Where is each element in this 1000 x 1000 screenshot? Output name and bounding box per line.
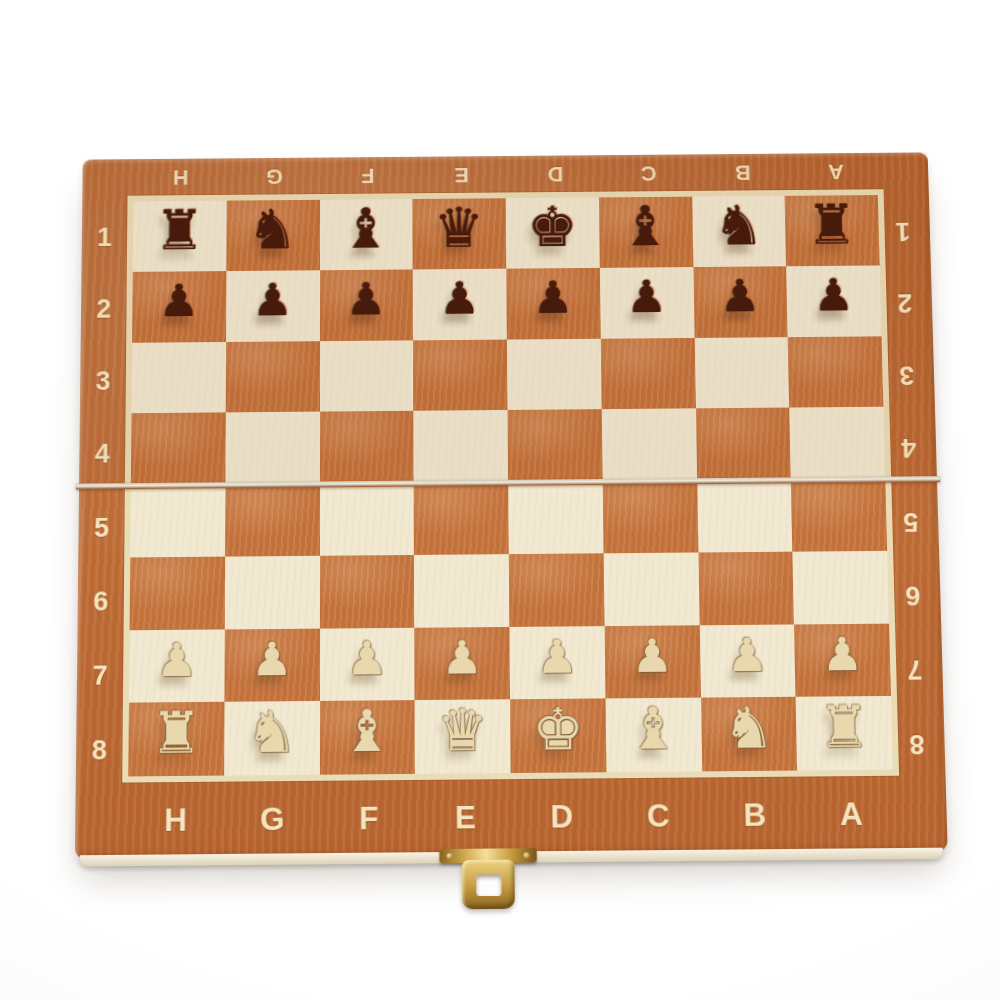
piece-light-pawn[interactable]: ♟ [726, 632, 768, 679]
piece-light-knight[interactable]: ♞ [722, 699, 775, 757]
file-label: F [359, 801, 379, 838]
piece-dark-knight[interactable]: ♞ [248, 202, 298, 257]
file-label: H [164, 802, 188, 839]
piece-dark-pawn[interactable]: ♟ [813, 273, 855, 318]
product-photo-background: ♜♞♝♛♚♝♞♜♟♟♟♟♟♟♟♟♟♟♟♟♟♟♟♟♜♞♝♛♚♝♞♜ 1234567… [0, 0, 1000, 1000]
piece-dark-bishop[interactable]: ♝ [620, 199, 671, 254]
rank-label: 8 [92, 735, 107, 767]
square-e8[interactable]: ♛ [415, 700, 511, 774]
square-f8[interactable]: ♝ [319, 700, 415, 774]
square-a8[interactable]: ♜ [796, 696, 893, 770]
square-f3[interactable] [319, 340, 413, 412]
piece-light-pawn[interactable]: ♟ [251, 636, 292, 683]
square-d3[interactable] [507, 338, 602, 410]
piece-light-knight[interactable]: ♞ [246, 703, 298, 761]
rank-label: 1 [97, 222, 112, 252]
rank-label: 2 [96, 294, 111, 324]
clasp-screw [524, 852, 530, 858]
piece-dark-pawn[interactable]: ♟ [252, 277, 293, 322]
rank-label: 6 [905, 579, 921, 610]
square-h4[interactable] [131, 413, 226, 485]
square-a4[interactable] [789, 407, 885, 479]
square-b2[interactable]: ♟ [693, 266, 788, 337]
square-b4[interactable] [695, 408, 791, 480]
chess-board: ♜♞♝♛♚♝♞♜♟♟♟♟♟♟♟♟♟♟♟♟♟♟♟♟♜♞♝♛♚♝♞♜ 1234567… [75, 152, 948, 858]
square-a6[interactable] [793, 551, 889, 624]
piece-light-pawn[interactable]: ♟ [156, 637, 198, 684]
square-c4[interactable] [601, 409, 696, 481]
piece-dark-rook[interactable]: ♜ [154, 203, 205, 258]
piece-dark-pawn[interactable]: ♟ [346, 277, 387, 322]
square-c7[interactable]: ♟ [604, 625, 700, 699]
rank-label: 8 [909, 728, 925, 759]
square-d5[interactable] [508, 481, 603, 554]
square-h2[interactable]: ♟ [132, 271, 226, 342]
square-f2[interactable]: ♟ [319, 269, 413, 340]
square-b3[interactable] [694, 337, 789, 409]
square-f7[interactable]: ♟ [319, 627, 414, 701]
square-c1[interactable]: ♝ [599, 197, 693, 268]
square-g4[interactable] [225, 412, 319, 484]
square-h6[interactable] [130, 556, 225, 629]
file-label: B [743, 797, 767, 834]
rank-label: 4 [95, 439, 110, 470]
rank-label: 6 [93, 586, 108, 617]
piece-dark-rook[interactable]: ♜ [806, 197, 858, 252]
square-e6[interactable] [414, 554, 509, 627]
square-d4[interactable] [507, 409, 602, 481]
file-label: C [641, 160, 657, 185]
square-f1[interactable]: ♝ [319, 199, 412, 270]
square-b5[interactable] [697, 479, 793, 552]
square-f6[interactable] [319, 555, 414, 628]
piece-light-queen[interactable]: ♛ [437, 702, 489, 760]
rank-label: 3 [95, 367, 110, 397]
square-e4[interactable] [413, 410, 508, 482]
file-label: E [455, 800, 477, 837]
piece-light-bishop[interactable]: ♝ [627, 700, 679, 758]
square-c8[interactable]: ♝ [605, 698, 702, 772]
square-b1[interactable]: ♞ [692, 196, 787, 267]
piece-dark-pawn[interactable]: ♟ [439, 276, 480, 321]
square-a1[interactable]: ♜ [785, 195, 880, 266]
square-h8[interactable]: ♜ [128, 702, 224, 776]
rank-label: 1 [896, 216, 912, 246]
file-label: B [735, 160, 751, 185]
file-label: H [173, 164, 189, 189]
piece-dark-queen[interactable]: ♛ [434, 200, 485, 255]
piece-light-king[interactable]: ♚ [532, 701, 584, 759]
brass-clasp [439, 848, 537, 912]
piece-dark-pawn[interactable]: ♟ [159, 278, 200, 323]
file-label: F [361, 163, 374, 188]
square-g1[interactable]: ♞ [226, 200, 319, 271]
square-e5[interactable] [414, 482, 509, 555]
clasp-hole [476, 874, 502, 896]
clasp-screw [447, 853, 453, 859]
file-label: C [647, 798, 671, 835]
rank-label: 5 [903, 506, 919, 537]
rank-labels-left: 12345678 [76, 201, 128, 789]
square-e2[interactable]: ♟ [413, 268, 507, 339]
square-d8[interactable]: ♚ [510, 699, 606, 773]
square-e7[interactable]: ♟ [414, 626, 510, 700]
piece-dark-pawn[interactable]: ♟ [533, 275, 574, 320]
piece-dark-king[interactable]: ♚ [527, 199, 578, 254]
piece-light-rook[interactable]: ♜ [150, 704, 202, 762]
piece-dark-knight[interactable]: ♞ [713, 198, 764, 253]
square-g3[interactable] [225, 341, 319, 413]
file-label: A [840, 796, 865, 833]
rank-label: 4 [901, 432, 917, 463]
file-label: D [550, 799, 574, 836]
square-b7[interactable]: ♟ [699, 624, 796, 698]
square-b8[interactable]: ♞ [701, 697, 798, 771]
square-a3[interactable] [788, 336, 884, 408]
rank-label: 7 [907, 654, 923, 685]
square-d6[interactable] [509, 553, 605, 626]
file-labels-bottom: HGFEDCBA [128, 778, 902, 858]
piece-dark-pawn[interactable]: ♟ [626, 274, 667, 319]
square-g8[interactable]: ♞ [224, 701, 320, 775]
piece-light-pawn[interactable]: ♟ [536, 633, 578, 680]
square-c3[interactable] [601, 337, 696, 409]
square-e1[interactable]: ♛ [413, 198, 507, 269]
piece-light-pawn[interactable]: ♟ [821, 631, 863, 678]
square-e3[interactable] [413, 339, 507, 411]
piece-dark-pawn[interactable]: ♟ [719, 273, 761, 318]
square-h3[interactable] [131, 341, 225, 413]
piece-light-bishop[interactable]: ♝ [341, 702, 393, 760]
square-a2[interactable]: ♟ [786, 265, 881, 336]
piece-dark-bishop[interactable]: ♝ [341, 201, 391, 256]
rank-label: 7 [92, 661, 107, 692]
rank-label: 5 [94, 513, 109, 544]
square-g2[interactable]: ♟ [226, 270, 320, 341]
square-f4[interactable] [319, 411, 413, 483]
file-label: A [828, 159, 844, 184]
square-c6[interactable] [603, 552, 699, 625]
square-d1[interactable]: ♚ [506, 197, 600, 268]
file-label: G [260, 801, 285, 838]
square-b6[interactable] [698, 551, 794, 624]
piece-light-pawn[interactable]: ♟ [441, 634, 483, 681]
file-label: D [547, 161, 563, 186]
square-h7[interactable]: ♟ [129, 629, 225, 703]
rank-label: 3 [899, 360, 915, 390]
piece-light-rook[interactable]: ♜ [818, 698, 871, 756]
piece-light-pawn[interactable]: ♟ [346, 635, 387, 682]
file-labels-top: HGFEDCBA [133, 153, 883, 196]
rank-label: 2 [897, 287, 913, 317]
file-label: E [454, 162, 469, 187]
piece-light-pawn[interactable]: ♟ [631, 632, 673, 679]
square-g7[interactable]: ♟ [224, 628, 319, 702]
square-c5[interactable] [602, 480, 698, 553]
square-h5[interactable] [130, 484, 225, 557]
square-g5[interactable] [225, 483, 320, 556]
square-g6[interactable] [225, 556, 320, 629]
square-f5[interactable] [319, 483, 414, 556]
square-d2[interactable]: ♟ [506, 268, 600, 339]
square-c2[interactable]: ♟ [600, 267, 695, 338]
square-a5[interactable] [791, 479, 887, 552]
file-label: G [266, 164, 283, 189]
square-h1[interactable]: ♜ [133, 201, 227, 272]
square-d7[interactable]: ♟ [509, 626, 605, 700]
square-a7[interactable]: ♟ [794, 623, 891, 697]
